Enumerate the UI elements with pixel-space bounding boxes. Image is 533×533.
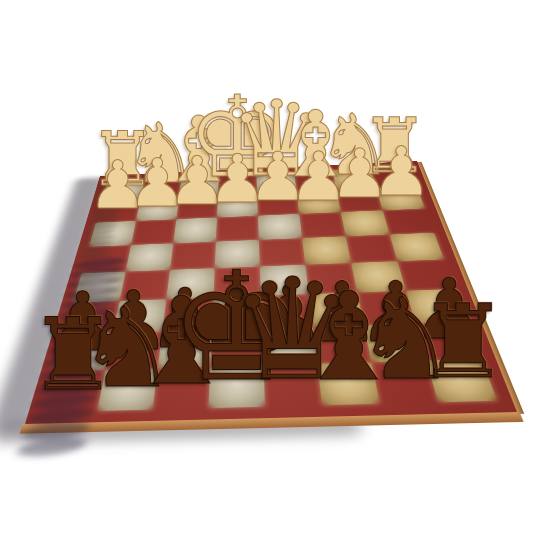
black-rook-a8[interactable]: ♜ bbox=[417, 291, 508, 393]
white-pawn-a2[interactable]: ♟ bbox=[371, 138, 432, 206]
square-a4[interactable] bbox=[390, 233, 444, 261]
square-g4[interactable] bbox=[126, 243, 174, 271]
square-a3[interactable] bbox=[383, 209, 434, 235]
photo-scene: ♜♞♝♚♛♝♞♜♟♟♟♟♟♟♟♟♟♟♟♟♟♟♟♟♜♞♝♚♛♝♞♜ bbox=[0, 0, 533, 533]
